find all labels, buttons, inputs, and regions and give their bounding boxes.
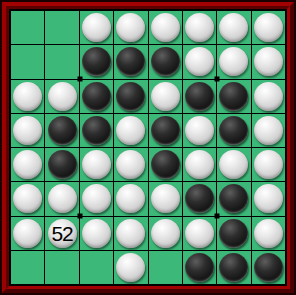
star-point	[214, 77, 219, 82]
cell-c3[interactable]	[80, 80, 113, 113]
white-disc	[254, 116, 283, 145]
cell-e6[interactable]	[149, 182, 182, 215]
white-disc	[254, 47, 283, 76]
cell-b1[interactable]	[45, 11, 78, 44]
black-disc	[151, 116, 180, 145]
cell-e2[interactable]	[149, 45, 182, 78]
white-disc	[254, 150, 283, 179]
cell-a1[interactable]	[11, 11, 44, 44]
black-disc	[219, 219, 248, 248]
othello-board: 52	[11, 11, 285, 284]
white-disc	[48, 184, 77, 213]
black-disc	[82, 116, 111, 145]
board-frame-outer: 52	[0, 0, 296, 295]
board-frame-ridge: 52	[2, 2, 294, 293]
cell-a7[interactable]	[11, 217, 44, 250]
black-disc	[48, 116, 77, 145]
cell-d2[interactable]	[114, 45, 147, 78]
cell-h2[interactable]	[252, 45, 285, 78]
cell-d1[interactable]	[114, 11, 147, 44]
white-disc	[185, 150, 214, 179]
board-frame-ridge-inner: 52	[6, 6, 290, 289]
cell-d8[interactable]	[114, 251, 147, 284]
cell-c8[interactable]	[80, 251, 113, 284]
black-disc	[185, 82, 214, 111]
cell-a4[interactable]	[11, 114, 44, 147]
cell-d4[interactable]	[114, 114, 147, 147]
cell-h7[interactable]	[252, 217, 285, 250]
white-disc	[151, 184, 180, 213]
white-disc	[82, 219, 111, 248]
white-disc	[219, 13, 248, 42]
white-disc	[116, 219, 145, 248]
star-point	[77, 77, 82, 82]
white-disc	[82, 13, 111, 42]
black-disc	[151, 47, 180, 76]
white-disc	[13, 82, 42, 111]
cell-b4[interactable]	[45, 114, 78, 147]
cell-f1[interactable]	[183, 11, 216, 44]
black-disc	[219, 82, 248, 111]
cell-f6[interactable]	[183, 182, 216, 215]
star-point	[77, 213, 82, 218]
cell-a5[interactable]	[11, 148, 44, 181]
white-disc	[185, 219, 214, 248]
white-disc	[116, 184, 145, 213]
cell-c4[interactable]	[80, 114, 113, 147]
cell-d5[interactable]	[114, 148, 147, 181]
cell-e5[interactable]	[149, 148, 182, 181]
white-disc	[254, 219, 283, 248]
cell-b7[interactable]: 52	[45, 217, 78, 250]
cell-d7[interactable]	[114, 217, 147, 250]
white-disc	[116, 116, 145, 145]
cell-e3[interactable]	[149, 80, 182, 113]
cell-h3[interactable]	[252, 80, 285, 113]
white-disc: 52	[48, 219, 77, 248]
white-disc	[13, 150, 42, 179]
cell-g2[interactable]	[217, 45, 250, 78]
black-disc	[219, 116, 248, 145]
cell-f4[interactable]	[183, 114, 216, 147]
white-disc	[151, 219, 180, 248]
white-disc	[116, 253, 145, 282]
cell-b5[interactable]	[45, 148, 78, 181]
cell-c2[interactable]	[80, 45, 113, 78]
black-disc	[151, 150, 180, 179]
move-number-label: 52	[51, 223, 72, 244]
white-disc	[151, 82, 180, 111]
white-disc	[219, 150, 248, 179]
cell-e8[interactable]	[149, 251, 182, 284]
white-disc	[116, 150, 145, 179]
black-disc	[82, 47, 111, 76]
cell-f3[interactable]	[183, 80, 216, 113]
cell-h4[interactable]	[252, 114, 285, 147]
cell-b3[interactable]	[45, 80, 78, 113]
cell-h1[interactable]	[252, 11, 285, 44]
cell-f2[interactable]	[183, 45, 216, 78]
white-disc	[254, 184, 283, 213]
cell-h6[interactable]	[252, 182, 285, 215]
cell-g6[interactable]	[217, 182, 250, 215]
cell-g8[interactable]	[217, 251, 250, 284]
cell-g3[interactable]	[217, 80, 250, 113]
white-disc	[151, 13, 180, 42]
cell-f7[interactable]	[183, 217, 216, 250]
cell-b6[interactable]	[45, 182, 78, 215]
cell-c6[interactable]	[80, 182, 113, 215]
white-disc	[48, 82, 77, 111]
cell-a8[interactable]	[11, 251, 44, 284]
black-disc	[82, 82, 111, 111]
white-disc	[82, 150, 111, 179]
cell-g5[interactable]	[217, 148, 250, 181]
black-disc	[254, 253, 283, 282]
cell-c5[interactable]	[80, 148, 113, 181]
white-disc	[219, 47, 248, 76]
cell-e4[interactable]	[149, 114, 182, 147]
cell-g7[interactable]	[217, 217, 250, 250]
black-disc	[116, 82, 145, 111]
black-disc	[219, 253, 248, 282]
black-disc	[48, 150, 77, 179]
cell-e7[interactable]	[149, 217, 182, 250]
star-point	[214, 213, 219, 218]
cell-h8[interactable]	[252, 251, 285, 284]
cell-b8[interactable]	[45, 251, 78, 284]
white-disc	[82, 184, 111, 213]
black-disc	[185, 253, 214, 282]
white-disc	[254, 13, 283, 42]
cell-c1[interactable]	[80, 11, 113, 44]
black-disc	[116, 47, 145, 76]
white-disc	[254, 82, 283, 111]
cell-a3[interactable]	[11, 80, 44, 113]
cell-g4[interactable]	[217, 114, 250, 147]
cell-f5[interactable]	[183, 148, 216, 181]
cell-d6[interactable]	[114, 182, 147, 215]
white-disc	[185, 13, 214, 42]
cell-b2[interactable]	[45, 45, 78, 78]
white-disc	[13, 219, 42, 248]
cell-a6[interactable]	[11, 182, 44, 215]
cell-e1[interactable]	[149, 11, 182, 44]
white-disc	[185, 116, 214, 145]
black-disc	[185, 184, 214, 213]
cell-d3[interactable]	[114, 80, 147, 113]
board-edge: 52	[9, 9, 287, 286]
black-disc	[219, 184, 248, 213]
cell-g1[interactable]	[217, 11, 250, 44]
cell-f8[interactable]	[183, 251, 216, 284]
white-disc	[116, 13, 145, 42]
cell-h5[interactable]	[252, 148, 285, 181]
cell-c7[interactable]	[80, 217, 113, 250]
white-disc	[13, 116, 42, 145]
white-disc	[13, 184, 42, 213]
cell-a2[interactable]	[11, 45, 44, 78]
white-disc	[185, 47, 214, 76]
